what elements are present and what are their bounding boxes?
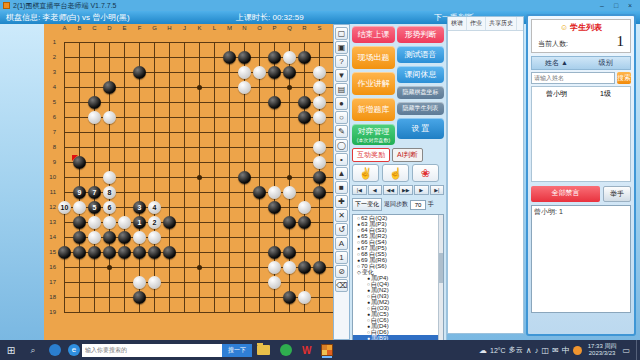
white-stone-C6: [88, 111, 101, 124]
white-stone-G13: 2: [148, 216, 161, 229]
col-label-E: E: [117, 25, 132, 31]
sort-asc-icon: ▲: [561, 59, 568, 66]
save-icon[interactable]: ▼: [335, 69, 348, 82]
close-button[interactable]: ×: [623, 2, 637, 9]
black-stone-Q3: [283, 66, 296, 79]
left-button-0[interactable]: 结束上课: [352, 26, 395, 43]
black-stone-D15: [103, 246, 116, 259]
pen-tool-icon[interactable]: ✎: [335, 125, 348, 138]
black-stone-Q15: [283, 246, 296, 259]
reward-buttons: ✌☝❀: [352, 164, 444, 182]
black-stone-Q18: [283, 291, 296, 304]
white-stone-G12: 4: [148, 201, 161, 214]
raise-hand-button[interactable]: 举手: [603, 186, 631, 202]
black-stone-R13: [298, 216, 311, 229]
student-level: 1级: [581, 89, 630, 99]
clear-label-icon[interactable]: ⊘: [335, 265, 348, 278]
move-number-label: 5: [93, 204, 97, 211]
white-stone-R18: [298, 291, 311, 304]
open-folder-icon[interactable]: ▣: [335, 41, 348, 54]
col-label-H: H: [162, 25, 177, 31]
taskbar-search-input[interactable]: [82, 344, 222, 357]
right-button-2[interactable]: 课间休息: [397, 66, 444, 83]
star-point: [197, 265, 202, 270]
app-window: 2(1)围棋直播平台老师端 V1.7.7.5 – □ × 棋盘信息: 李老师(白…: [0, 0, 640, 360]
column-level[interactable]: 级别: [581, 57, 630, 69]
white-stone-S9: [313, 156, 326, 169]
black-stone-E15: [118, 246, 131, 259]
eraser-icon[interactable]: ⌫: [335, 279, 348, 292]
rollback-unit-label: 手: [428, 200, 434, 209]
row-label-15: 15: [44, 245, 56, 260]
star-point: [197, 85, 202, 90]
tab-AI判断[interactable]: AI判断: [392, 148, 423, 162]
nav-button-5[interactable]: ▶|: [430, 185, 445, 195]
black-stone-M2: [223, 51, 236, 64]
board-tool-strip: ▢▣?▼▤●○✎◯•▲■✚✕↺A1⊘⌫: [333, 24, 350, 340]
student-count-value: 1: [617, 33, 625, 50]
black-stone-F18: [133, 291, 146, 304]
student-list[interactable]: 曾小明1级: [531, 86, 631, 182]
row-label-19: 19: [44, 305, 56, 320]
next-variation-button[interactable]: 下一变化: [352, 198, 382, 211]
col-label-S: S: [312, 25, 327, 31]
black-stone-S16: [313, 261, 326, 274]
move-number-label: 8: [108, 189, 112, 196]
circle-mark-icon[interactable]: ◯: [335, 139, 348, 152]
white-stone-S4: [313, 81, 326, 94]
black-stone-O11: [253, 186, 266, 199]
triangle-mark-icon[interactable]: ▲: [335, 167, 348, 180]
left-button-4[interactable]: 对弈管理(本次对弈盘数): [352, 124, 395, 145]
help-icon[interactable]: ?: [335, 55, 348, 68]
move-nav-buttons: |◀◀◀◀▶▶▶▶|: [352, 185, 444, 195]
row-label-2: 2: [44, 50, 56, 65]
black-stone-tool-icon[interactable]: ●: [335, 97, 348, 110]
row-label-12: 12: [44, 200, 56, 215]
student-search-input[interactable]: [531, 72, 615, 84]
col-label-N: N: [237, 25, 252, 31]
row-label-9: 9: [44, 155, 56, 170]
browser-icon[interactable]: [49, 344, 61, 356]
student-count-label: 当前人数:: [538, 39, 568, 49]
white-stone-N3: [238, 66, 251, 79]
black-stone-R5: [298, 96, 311, 109]
green-app-icon[interactable]: [280, 344, 292, 356]
col-label-L: L: [207, 25, 222, 31]
nav-button-1[interactable]: ◀: [368, 185, 383, 195]
col-label-J: J: [177, 25, 192, 31]
black-stone-B9: [73, 156, 86, 169]
show-desktop-button[interactable]: [636, 340, 640, 360]
white-stone-tool-icon[interactable]: ○: [335, 111, 348, 124]
notification-icon[interactable]: ▭: [622, 346, 630, 355]
student-search-button[interactable]: 搜索: [617, 72, 631, 84]
student-table-header: 姓名 ▲ 级别: [531, 56, 631, 70]
black-stone-C11: 7: [88, 186, 101, 199]
white-stone-F17: [133, 276, 146, 289]
black-stone-B15: [73, 246, 86, 259]
black-stone-N10: [238, 171, 251, 184]
white-stone-G14: [148, 231, 161, 244]
black-stone-R16: [298, 261, 311, 274]
clock-date: 2023/3/23: [588, 350, 617, 357]
white-stone-S8: [313, 141, 326, 154]
black-stone-G15: [148, 246, 161, 259]
star-point: [287, 85, 292, 90]
student-panel-header: ☺学生列表 当前人数: 1: [531, 19, 631, 53]
branch-icon: ◇: [357, 269, 361, 275]
white-stone-O3: [253, 66, 266, 79]
app-icon: [3, 2, 10, 9]
microphone-icon[interactable]: ♪: [534, 346, 538, 355]
student-panel: ☺学生列表 当前人数: 1 姓名 ▲ 级别 搜索 曾小明1级 全部禁言 举手 曾…: [526, 14, 636, 336]
new-file-icon[interactable]: ▢: [335, 27, 348, 40]
nav-button-4[interactable]: ▶: [414, 185, 429, 195]
row-label-18: 18: [44, 290, 56, 305]
row-label-7: 7: [44, 125, 56, 140]
weather-temp[interactable]: 12°C: [490, 347, 506, 354]
col-label-K: K: [192, 25, 207, 31]
mute-all-button[interactable]: 全部禁言: [531, 186, 600, 202]
weather-icon: ☁: [479, 346, 487, 355]
reward-tabs: 互动奖励AI判断: [352, 148, 444, 162]
left-button-2[interactable]: 作业讲解: [352, 72, 395, 95]
black-stone-H13: [163, 216, 176, 229]
windows-taskbar: ⊞ ⌕ e 搜一下 W ☁ 12°C 多云 ∧ ♪ ◫ ✉ 中 17:33 周四…: [0, 340, 640, 360]
rollback-row: 下一变化 退回步数 手: [352, 198, 444, 211]
white-stone-F14: [133, 231, 146, 244]
button-subtext: (本次对弈盘数): [352, 137, 395, 143]
black-stone-P15: [268, 246, 281, 259]
black-stone-P5: [268, 96, 281, 109]
move-number-label: 6: [108, 204, 112, 211]
black-stone-C15: [88, 246, 101, 259]
row-label-13: 13: [44, 215, 56, 230]
white-stone-E13: [118, 216, 131, 229]
left-button-3[interactable]: 新增题库: [352, 98, 395, 121]
col-label-C: C: [87, 25, 102, 31]
edge-icon[interactable]: e: [68, 344, 80, 356]
white-stone-P16: [268, 261, 281, 274]
white-stone-Q2: [283, 51, 296, 64]
wps-icon[interactable]: W: [302, 345, 311, 356]
black-stone-B13: [73, 216, 86, 229]
col-label-B: B: [72, 25, 87, 31]
col-label-F: F: [132, 25, 147, 31]
smiley-icon: ☺: [560, 23, 568, 32]
move-number-label: 9: [78, 189, 82, 196]
white-stone-D11: 8: [103, 186, 116, 199]
left-button-1[interactable]: 现场出题: [352, 46, 395, 69]
move-number-label: 1: [138, 219, 142, 226]
taskbar-search-box: e 搜一下: [68, 344, 252, 357]
white-stone-C13: [88, 216, 101, 229]
row-label-6: 6: [44, 110, 56, 125]
black-stone-R2: [298, 51, 311, 64]
white-stone-S3: [313, 66, 326, 79]
records-tab-共享历史[interactable]: 共享历史: [486, 17, 517, 30]
right-button-3[interactable]: 隐藏棋盘坐标: [397, 86, 444, 99]
row-label-16: 16: [44, 260, 56, 275]
tray-expand-icon[interactable]: ∧: [526, 346, 532, 355]
row-label-4: 4: [44, 80, 56, 95]
maximize-button[interactable]: □: [609, 2, 623, 9]
nav-button-3[interactable]: ▶▶: [399, 185, 414, 195]
nav-button-0[interactable]: |◀: [352, 185, 367, 195]
student-row[interactable]: 曾小明1级: [532, 87, 630, 101]
white-stone-D12: 6: [103, 201, 116, 214]
x-mark-icon[interactable]: ✕: [335, 209, 348, 222]
white-stone-N4: [238, 81, 251, 94]
last-move-marker: [72, 155, 78, 161]
white-stone-B12: [73, 201, 86, 214]
move-number-label: 4: [153, 204, 157, 211]
class-time-label: 上课时长: 00:32:59: [236, 12, 416, 23]
number-label-icon[interactable]: 1: [335, 251, 348, 264]
rollback-steps-input[interactable]: [410, 200, 426, 210]
cross-mark-icon[interactable]: ✚: [335, 195, 348, 208]
right-button-1[interactable]: 测试语音: [397, 46, 444, 63]
black-stone-B11: 9: [73, 186, 86, 199]
file-explorer-icon[interactable]: [257, 345, 270, 355]
white-stone-D13: [103, 216, 116, 229]
rollback-label: 退回步数: [384, 200, 408, 209]
thumbs-up-icon[interactable]: ☝: [382, 164, 409, 182]
row-label-8: 8: [44, 140, 56, 155]
black-stone-D4: [103, 81, 116, 94]
records-tab-棋谱[interactable]: 棋谱: [448, 17, 467, 30]
move-tree-list[interactable]: ○62 白(Q2)●63 黑(P3)○64 白(S3)●65 黑(R2)○66 …: [352, 214, 444, 360]
star-point: [197, 175, 202, 180]
row-label-11: 11: [44, 185, 56, 200]
black-stone-N2: [238, 51, 251, 64]
student-name: 曾小明: [532, 89, 581, 99]
black-stone-S10: [313, 171, 326, 184]
row-label-10: 10: [44, 170, 56, 185]
image-icon[interactable]: ▤: [335, 83, 348, 96]
black-stone-F12: 3: [133, 201, 146, 214]
records-tab-作业[interactable]: 作业: [467, 17, 486, 30]
taskbar-search-button[interactable]: 搜一下: [222, 344, 252, 357]
row-label-3: 3: [44, 65, 56, 80]
black-stone-A15: [58, 246, 71, 259]
right-button-5[interactable]: 设 置: [397, 118, 444, 139]
student-list-title: 学生列表: [570, 23, 602, 32]
black-stone-Q13: [283, 216, 296, 229]
window-title: 2(1)围棋直播平台老师端 V1.7.7.5: [13, 1, 595, 11]
tray-app1-icon[interactable]: ◫: [541, 346, 549, 355]
title-bar: 2(1)围棋直播平台老师端 V1.7.7.5 – □ ×: [0, 0, 640, 11]
tray-orange-icon[interactable]: [573, 346, 582, 355]
row-label-17: 17: [44, 275, 56, 290]
move-number-label: 7: [93, 189, 97, 196]
black-stone-F15: [133, 246, 146, 259]
column-name[interactable]: 姓名 ▲: [532, 57, 581, 69]
black-stone-F13: 1: [133, 216, 146, 229]
col-label-Q: Q: [282, 25, 297, 31]
go-board[interactable]: 97810563412 ABCDEFGHJKLMNOPQRST123456789…: [44, 24, 348, 340]
black-stone-P3: [268, 66, 281, 79]
col-label-P: P: [267, 25, 282, 31]
taskbar-clock[interactable]: 17:33 周四 2023/3/23: [588, 343, 617, 357]
nav-button-2[interactable]: ◀◀: [383, 185, 398, 195]
row-label-1: 1: [44, 35, 56, 50]
weather-desc[interactable]: 多云: [509, 345, 523, 355]
minimize-button[interactable]: –: [595, 2, 609, 9]
col-label-R: R: [297, 25, 312, 31]
black-stone-C5: [88, 96, 101, 109]
white-stone-Q11: [283, 186, 296, 199]
star-point: [107, 265, 112, 270]
white-stone-R12: [298, 201, 311, 214]
taskbar-search-icon[interactable]: ⌕: [22, 345, 44, 356]
row-label-5: 5: [44, 95, 56, 110]
col-label-M: M: [222, 25, 237, 31]
white-stone-A12: 10: [58, 201, 71, 214]
finger-guess-icon[interactable]: ✌: [352, 164, 379, 182]
row-label-14: 14: [44, 230, 56, 245]
board-info-label: 棋盘信息: 李老师(白) vs 曾小明(黑): [6, 12, 236, 23]
tray-app3-icon[interactable]: 中: [562, 345, 570, 356]
white-stone-S6: [313, 111, 326, 124]
move-number-label: 10: [61, 204, 69, 211]
col-label-A: A: [57, 25, 72, 31]
undo-icon[interactable]: ↺: [335, 223, 348, 236]
board-grid[interactable]: 97810563412: [57, 35, 342, 320]
tray-app2-icon[interactable]: ✉: [552, 346, 559, 355]
col-label-O: O: [252, 25, 267, 31]
col-label-D: D: [102, 25, 117, 31]
black-stone-E14: [118, 231, 131, 244]
black-stone-P12: [268, 201, 281, 214]
black-stone-F3: [133, 66, 146, 79]
clock-time: 17:33 周四: [588, 343, 617, 350]
right-button-4[interactable]: 隐藏学生列表: [397, 102, 444, 115]
flower-award-icon[interactable]: ❀: [412, 164, 439, 182]
black-stone-B14: [73, 231, 86, 244]
move-number-label: 2: [153, 219, 157, 226]
go-app-icon[interactable]: [321, 344, 333, 356]
white-stone-G17: [148, 276, 161, 289]
black-stone-C12: 5: [88, 201, 101, 214]
white-stone-P17: [268, 276, 281, 289]
white-stone-Q16: [283, 261, 296, 274]
white-stone-P11: [268, 186, 281, 199]
black-stone-P2: [268, 51, 281, 64]
black-stone-R6: [298, 111, 311, 124]
tab-互动奖励[interactable]: 互动奖励: [352, 148, 390, 162]
white-stone-S5: [313, 96, 326, 109]
teacher-control-panel: 结束上课现场出题作业讲解新增题库对弈管理(本次对弈盘数) 形势判断测试语音课间休…: [350, 24, 447, 340]
square-mark-icon[interactable]: ■: [335, 181, 348, 194]
black-stone-D14: [103, 231, 116, 244]
dot-mark-icon[interactable]: •: [335, 153, 348, 166]
records-panel: 棋谱作业共享历史: [447, 16, 524, 334]
chat-message-box[interactable]: 曾小明: 1: [531, 205, 631, 313]
star-point: [287, 175, 292, 180]
black-stone-H15: [163, 246, 176, 259]
right-button-0[interactable]: 形势判断: [397, 26, 444, 43]
move-tree-scrollbar[interactable]: [438, 215, 443, 359]
col-label-G: G: [147, 25, 162, 31]
black-stone-S11: [313, 186, 326, 199]
letter-label-icon[interactable]: A: [335, 237, 348, 250]
white-stone-C14: [88, 231, 101, 244]
start-button[interactable]: ⊞: [0, 345, 22, 356]
white-stone-D6: [103, 111, 116, 124]
white-stone-D10: [103, 171, 116, 184]
move-number-label: 3: [138, 204, 142, 211]
